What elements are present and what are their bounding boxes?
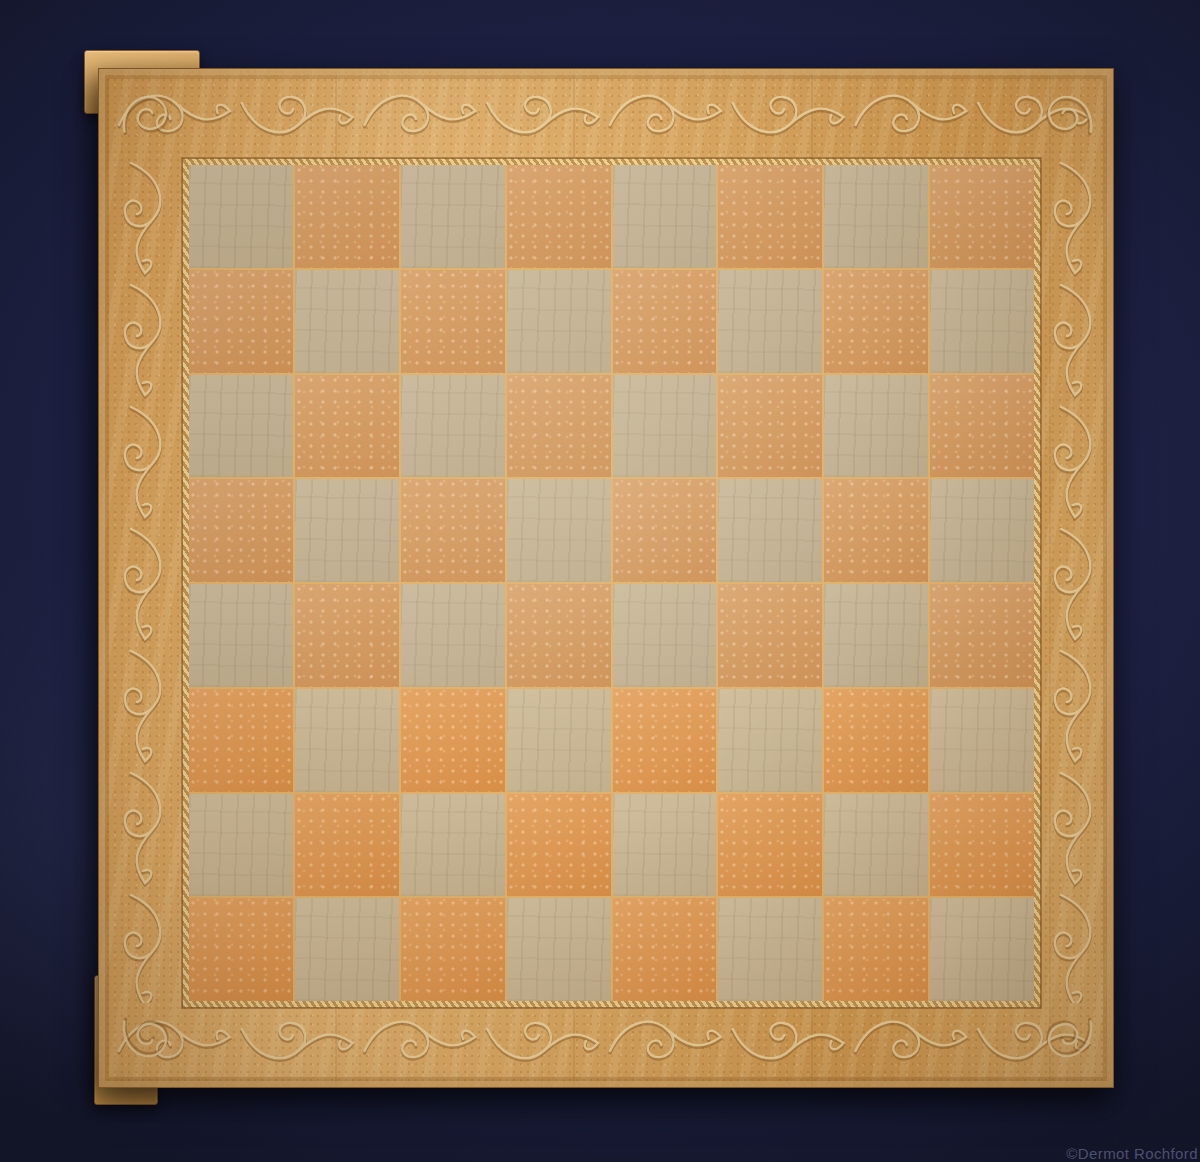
square-f8	[718, 165, 822, 268]
carved-scroll-icon	[111, 157, 177, 1003]
square-g8	[824, 165, 928, 268]
square-h5	[930, 479, 1034, 582]
square-b1	[295, 898, 399, 1001]
square-c5	[401, 479, 505, 582]
square-c4	[401, 584, 505, 687]
square-d4	[507, 584, 611, 687]
rope-trim-frame	[182, 158, 1041, 1008]
square-a5	[189, 479, 293, 582]
square-a1	[189, 898, 293, 1001]
square-a3	[189, 689, 293, 792]
square-e1	[613, 898, 717, 1001]
square-b5	[295, 479, 399, 582]
square-f4	[718, 584, 822, 687]
square-d1	[507, 898, 611, 1001]
square-e4	[613, 584, 717, 687]
square-b4	[295, 584, 399, 687]
square-h6	[930, 375, 1034, 478]
carved-scroll-frieze-top	[113, 81, 1099, 151]
square-g6	[824, 375, 928, 478]
square-c1	[401, 898, 505, 1001]
square-b8	[295, 165, 399, 268]
square-f2	[718, 794, 822, 897]
square-e5	[613, 479, 717, 582]
carved-scroll-frieze-bottom	[113, 1007, 1099, 1073]
square-h7	[930, 270, 1034, 373]
square-c6	[401, 375, 505, 478]
photo-backdrop: ©Dermot Rochford	[0, 0, 1200, 1162]
carved-scroll-frieze-right	[1041, 157, 1103, 1003]
carved-scroll-icon	[1041, 157, 1103, 1003]
square-g1	[824, 898, 928, 1001]
square-c7	[401, 270, 505, 373]
square-a2	[189, 794, 293, 897]
square-c3	[401, 689, 505, 792]
square-g3	[824, 689, 928, 792]
square-e8	[613, 165, 717, 268]
square-a8	[189, 165, 293, 268]
chess-board	[98, 68, 1114, 1088]
square-d2	[507, 794, 611, 897]
carved-scroll-icon	[113, 81, 1099, 151]
square-f6	[718, 375, 822, 478]
watermark: ©Dermot Rochford	[1066, 1145, 1198, 1162]
square-e2	[613, 794, 717, 897]
square-g4	[824, 584, 928, 687]
square-h3	[930, 689, 1034, 792]
corner-spiral-icon	[114, 84, 172, 142]
square-c2	[401, 794, 505, 897]
square-d5	[507, 479, 611, 582]
square-f5	[718, 479, 822, 582]
square-a7	[189, 270, 293, 373]
corner-spiral-icon	[114, 1011, 172, 1069]
square-f1	[718, 898, 822, 1001]
square-e7	[613, 270, 717, 373]
square-e6	[613, 375, 717, 478]
square-h4	[930, 584, 1034, 687]
square-c8	[401, 165, 505, 268]
carved-scroll-icon	[113, 1007, 1099, 1073]
square-g5	[824, 479, 928, 582]
corner-spiral-icon	[1043, 1011, 1101, 1069]
square-d8	[507, 165, 611, 268]
square-f7	[718, 270, 822, 373]
square-g7	[824, 270, 928, 373]
square-e3	[613, 689, 717, 792]
square-b6	[295, 375, 399, 478]
square-b3	[295, 689, 399, 792]
board-squares	[189, 165, 1034, 1001]
square-d6	[507, 375, 611, 478]
square-b2	[295, 794, 399, 897]
carved-scroll-frieze-left	[111, 157, 177, 1003]
square-h2	[930, 794, 1034, 897]
square-a6	[189, 375, 293, 478]
square-d7	[507, 270, 611, 373]
square-g2	[824, 794, 928, 897]
square-a4	[189, 584, 293, 687]
square-b7	[295, 270, 399, 373]
corner-spiral-icon	[1043, 84, 1101, 142]
square-d3	[507, 689, 611, 792]
square-f3	[718, 689, 822, 792]
square-h8	[930, 165, 1034, 268]
square-h1	[930, 898, 1034, 1001]
